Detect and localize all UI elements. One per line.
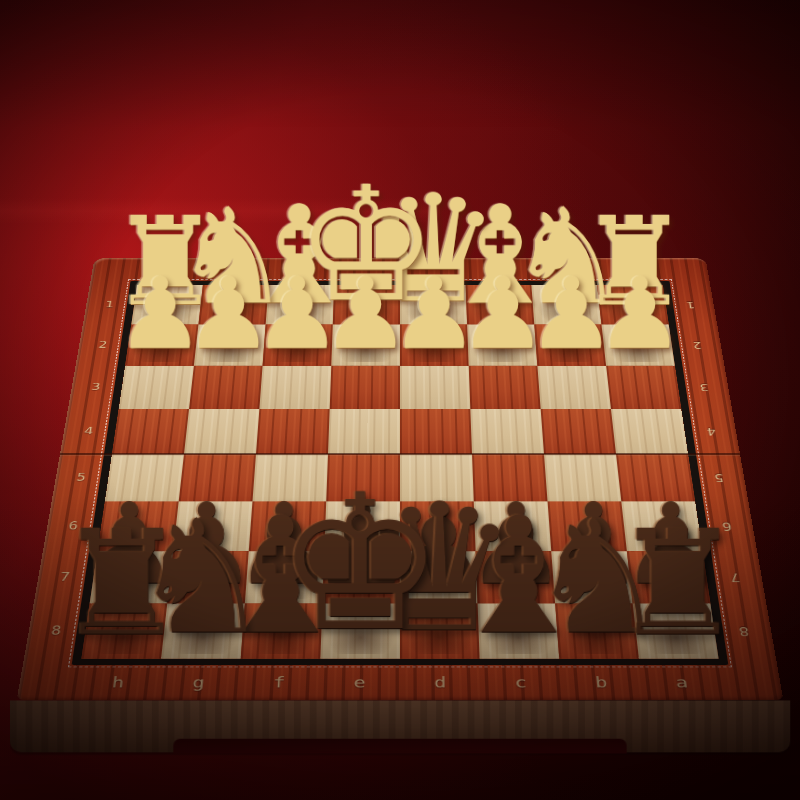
square-g8: ♞ [161, 604, 245, 659]
rank-label-right-6: 6 [709, 501, 744, 551]
square-g5 [179, 454, 256, 501]
square-e8: ♚ [320, 604, 400, 659]
square-f7: ♟ [245, 551, 325, 603]
square-a6 [621, 501, 702, 551]
square-d6 [400, 501, 476, 551]
square-e6 [324, 501, 400, 551]
file-label-d: d [400, 672, 481, 693]
square-g7: ♟ [167, 551, 248, 603]
board-front-edge [10, 700, 790, 752]
black-pawn-piece: ♟ [413, 492, 619, 598]
chess-board: ♜♞♝♚♛♝♞♜♟♟♟♟♟♟♟♟♟♟♟♟♟♟♟♟♜♞♝♚♛♝♞♜ hgfedcb… [60, 114, 740, 794]
rank-label-left-1: 1 [94, 285, 124, 324]
file-label-h: h [76, 672, 159, 693]
square-e5 [326, 454, 400, 501]
file-label-c: c [480, 672, 562, 693]
rank-label-left-3: 3 [80, 366, 112, 409]
square-f6 [249, 501, 326, 551]
rank-label-right-3: 3 [688, 366, 720, 409]
studio-backdrop: ♜♞♝♚♛♝♞♜♟♟♟♟♟♟♟♟♟♟♟♟♟♟♟♟♜♞♝♚♛♝♞♜ hgfedcb… [0, 0, 800, 800]
rank-label-left-7: 7 [47, 551, 83, 603]
file-label-a: a [640, 672, 723, 693]
square-a5 [616, 454, 695, 501]
rank-label-left-8: 8 [37, 604, 74, 659]
square-c7: ♟ [476, 551, 556, 603]
square-h6 [97, 501, 178, 551]
rank-label-right-5: 5 [702, 454, 736, 501]
board-top-surface: ♜♞♝♚♛♝♞♜♟♟♟♟♟♟♟♟♟♟♟♟♟♟♟♟♜♞♝♚♛♝♞♜ hgfedcb… [17, 258, 784, 701]
square-d8: ♛ [400, 604, 480, 659]
file-label-f: f [238, 672, 320, 693]
square-b6 [548, 501, 627, 551]
black-pawn-piece: ♟ [336, 492, 542, 598]
square-b5 [544, 454, 621, 501]
square-h7: ♟ [90, 551, 173, 603]
square-b7: ♟ [551, 551, 632, 603]
black-pawn-piece: ♟ [181, 492, 387, 598]
square-c6 [474, 501, 551, 551]
base-notch [174, 739, 627, 754]
square-e7: ♟ [322, 551, 400, 603]
file-label-e: e [319, 672, 400, 693]
square-a8: ♜ [633, 604, 719, 659]
black-pawn-piece: ♟ [490, 492, 696, 598]
square-g6 [173, 501, 252, 551]
black-pawn-piece: ♟ [258, 492, 464, 598]
square-h8: ♜ [81, 604, 167, 659]
rank-label-right-4: 4 [695, 409, 728, 454]
square-a7: ♟ [627, 551, 710, 603]
file-labels: hgfedcba [76, 672, 723, 693]
file-label-g: g [157, 672, 239, 693]
square-d7: ♟ [400, 551, 478, 603]
rank-label-right-7: 7 [717, 551, 753, 603]
square-f5 [252, 454, 328, 501]
square-h5 [105, 454, 184, 501]
rank-label-left-2: 2 [87, 324, 118, 365]
rank-label-left-4: 4 [72, 409, 105, 454]
square-c5 [472, 454, 548, 501]
rank-label-left-6: 6 [55, 501, 90, 551]
black-pawn-piece: ♟ [103, 492, 309, 598]
square-c8: ♝ [478, 604, 560, 659]
file-label-b: b [560, 672, 642, 693]
rank-label-right-8: 8 [725, 604, 762, 659]
rank-label-right-1: 1 [676, 285, 706, 324]
square-f8: ♝ [241, 604, 323, 659]
square-b8: ♞ [555, 604, 639, 659]
square-d5 [400, 454, 474, 501]
rank-label-left-5: 5 [64, 454, 98, 501]
rank-label-right-2: 2 [682, 324, 713, 365]
